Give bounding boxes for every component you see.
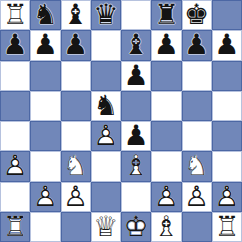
piece-glyph: ♟ [121,121,151,151]
square-e6[interactable]: ♟ [121,61,151,91]
square-h5[interactable] [212,91,242,121]
piece-outline-glyph: ♗ [151,212,181,242]
square-c7[interactable]: ♟ [61,30,91,60]
piece-outline-glyph: ♕ [91,212,121,242]
piece-glyph: ♛ [91,0,121,30]
black-rook-icon: ♜ [151,0,181,30]
square-h8[interactable] [212,0,242,30]
black-knight-icon: ♞ [91,91,121,121]
black-bishop-icon: ♝ [121,30,151,60]
square-b8[interactable]: ♞ [30,0,60,30]
square-c5[interactable] [61,91,91,121]
black-queen-icon: ♛ [91,0,121,30]
square-g8[interactable]: ♚ [182,0,212,30]
piece-glyph: ♞ [91,91,121,121]
black-pawn-icon: ♟ [121,121,151,151]
black-pawn-icon: ♟ [212,30,242,60]
square-b6[interactable] [30,61,60,91]
square-e2[interactable] [121,182,151,212]
square-g2[interactable]: ♟♙ [182,182,212,212]
square-h6[interactable] [212,61,242,91]
white-pawn-icon: ♟♙ [61,182,91,212]
black-bishop-icon: ♝ [61,0,91,30]
piece-glyph: ♟ [61,30,91,60]
square-b3[interactable] [30,151,60,181]
square-c4[interactable] [61,121,91,151]
piece-glyph: ♜ [151,0,181,30]
black-pawn-icon: ♟ [61,30,91,60]
square-f6[interactable] [151,61,181,91]
square-h4[interactable] [212,121,242,151]
piece-glyph: ♞ [30,0,60,30]
white-king-icon: ♚♔ [121,212,151,242]
piece-outline-glyph: ♖ [0,212,30,242]
square-c6[interactable] [61,61,91,91]
white-rook-icon: ♜♖ [0,212,30,242]
square-g7[interactable]: ♟ [182,30,212,60]
square-b2[interactable]: ♟♙ [30,182,60,212]
square-g5[interactable] [182,91,212,121]
square-c1[interactable] [61,212,91,242]
square-a7[interactable]: ♟ [0,30,30,60]
square-d8[interactable]: ♛ [91,0,121,30]
white-pawn-icon: ♟♙ [151,182,181,212]
piece-outline-glyph: ♖ [0,0,30,30]
piece-glyph: ♝ [61,0,91,30]
white-pawn-icon: ♟♙ [30,182,60,212]
square-g6[interactable] [182,61,212,91]
piece-glyph: ♟ [121,61,151,91]
piece-outline-glyph: ♘ [61,151,91,181]
piece-outline-glyph: ♙ [91,121,121,151]
square-e7[interactable]: ♝ [121,30,151,60]
white-pawn-icon: ♟♙ [182,182,212,212]
square-a1[interactable]: ♜♖ [0,212,30,242]
piece-outline-glyph: ♔ [121,212,151,242]
square-d3[interactable] [91,151,121,181]
square-g4[interactable] [182,121,212,151]
black-pawn-icon: ♟ [151,30,181,60]
piece-glyph: ♟ [212,30,242,60]
square-f8[interactable]: ♜ [151,0,181,30]
square-h7[interactable]: ♟ [212,30,242,60]
white-pawn-icon: ♟♙ [0,151,30,181]
piece-glyph: ♟ [151,30,181,60]
piece-outline-glyph: ♙ [30,182,60,212]
square-e8[interactable] [121,0,151,30]
piece-outline-glyph: ♙ [151,182,181,212]
square-a4[interactable] [0,121,30,151]
square-b1[interactable] [30,212,60,242]
square-g1[interactable] [182,212,212,242]
square-f4[interactable] [151,121,181,151]
square-d6[interactable] [91,61,121,91]
square-d7[interactable] [91,30,121,60]
square-a2[interactable] [0,182,30,212]
square-f1[interactable]: ♝♗ [151,212,181,242]
piece-outline-glyph: ♙ [182,182,212,212]
black-pawn-icon: ♟ [0,30,30,60]
chess-board: ♜♖♞♝♛♜♚♟♟♟♝♟♟♟♟♞♟♙♟♟♙♞♘♝♗♞♘♟♙♟♙♟♙♟♙♟♙♜♖♛… [0,0,242,242]
white-queen-icon: ♛♕ [91,212,121,242]
square-f7[interactable]: ♟ [151,30,181,60]
square-f3[interactable] [151,151,181,181]
piece-glyph: ♝ [121,30,151,60]
square-h2[interactable]: ♟♙ [212,182,242,212]
white-knight-icon: ♞♘ [61,151,91,181]
square-c8[interactable]: ♝ [61,0,91,30]
square-a6[interactable] [0,61,30,91]
square-e5[interactable] [121,91,151,121]
piece-outline-glyph: ♙ [0,151,30,181]
white-pawn-icon: ♟♙ [212,182,242,212]
square-g3[interactable]: ♞♘ [182,151,212,181]
square-a5[interactable] [0,91,30,121]
piece-outline-glyph: ♗ [121,151,151,181]
black-pawn-icon: ♟ [182,30,212,60]
black-pawn-icon: ♟ [121,61,151,91]
square-f5[interactable] [151,91,181,121]
square-d2[interactable] [91,182,121,212]
square-h1[interactable]: ♜♖ [212,212,242,242]
black-pawn-icon: ♟ [30,30,60,60]
piece-outline-glyph: ♙ [61,182,91,212]
piece-glyph: ♟ [30,30,60,60]
white-knight-icon: ♞♘ [182,151,212,181]
square-c3[interactable]: ♞♘ [61,151,91,181]
square-b5[interactable] [30,91,60,121]
piece-glyph: ♟ [0,30,30,60]
white-pawn-icon: ♟♙ [91,121,121,151]
piece-glyph: ♚ [182,0,212,30]
square-h3[interactable] [212,151,242,181]
piece-glyph: ♟ [182,30,212,60]
square-e4[interactable]: ♟ [121,121,151,151]
square-a3[interactable]: ♟♙ [0,151,30,181]
square-a8[interactable]: ♜♖ [0,0,30,30]
black-king-icon: ♚ [182,0,212,30]
square-e1[interactable]: ♚♔ [121,212,151,242]
white-bishop-icon: ♝♗ [151,212,181,242]
piece-outline-glyph: ♘ [182,151,212,181]
square-d5[interactable]: ♞ [91,91,121,121]
square-d4[interactable]: ♟♙ [91,121,121,151]
black-knight-icon: ♞ [30,0,60,30]
square-e3[interactable]: ♝♗ [121,151,151,181]
piece-outline-glyph: ♙ [212,182,242,212]
white-rook-icon: ♜♖ [0,0,30,30]
piece-outline-glyph: ♖ [212,212,242,242]
white-rook-icon: ♜♖ [212,212,242,242]
square-b7[interactable]: ♟ [30,30,60,60]
square-b4[interactable] [30,121,60,151]
square-f2[interactable]: ♟♙ [151,182,181,212]
square-c2[interactable]: ♟♙ [61,182,91,212]
white-bishop-icon: ♝♗ [121,151,151,181]
square-d1[interactable]: ♛♕ [91,212,121,242]
